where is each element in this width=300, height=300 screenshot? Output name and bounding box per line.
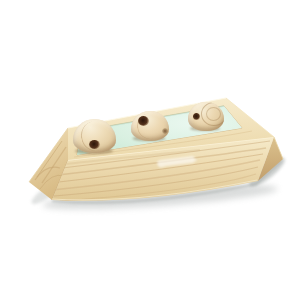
wooden-ball-1[interactable]: ● xyxy=(73,119,116,153)
wood-knot xyxy=(138,116,149,126)
product-photo: ● ● ● xyxy=(0,0,300,300)
wooden-ball-2[interactable]: ● xyxy=(131,111,169,141)
end-grain-ring xyxy=(206,107,221,121)
wood-knot xyxy=(89,140,100,149)
wood-grain-line xyxy=(135,111,166,141)
wooden-ball-3[interactable]: ● xyxy=(188,102,224,131)
tray-illustration xyxy=(0,0,300,300)
wood-knot xyxy=(193,113,200,120)
wood-nick xyxy=(162,128,168,134)
